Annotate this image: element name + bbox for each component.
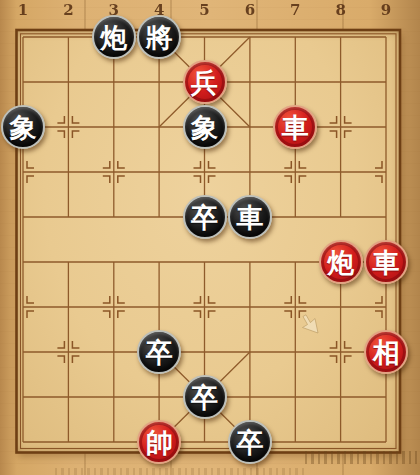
file-label: 5 bbox=[195, 2, 215, 19]
piece-red-cannon[interactable]: 炮 bbox=[319, 240, 363, 284]
file-label: 8 bbox=[331, 2, 351, 19]
watermark bbox=[55, 468, 305, 475]
file-label: 1 bbox=[13, 2, 33, 19]
xiangqi-game-screen: 123456789 bbox=[0, 0, 420, 475]
piece-black-elephant[interactable]: 象 bbox=[1, 105, 45, 149]
watermark bbox=[305, 451, 417, 464]
piece-black-soldier[interactable]: 卒 bbox=[183, 195, 227, 239]
piece-red-chariot[interactable]: 車 bbox=[273, 105, 317, 149]
file-label: 6 bbox=[240, 2, 260, 19]
piece-black-soldier[interactable]: 卒 bbox=[183, 375, 227, 419]
file-label: 2 bbox=[58, 2, 78, 19]
piece-red-soldier[interactable]: 兵 bbox=[183, 60, 227, 104]
piece-red-elephant[interactable]: 相 bbox=[364, 330, 408, 374]
piece-black-chariot[interactable]: 車 bbox=[228, 195, 272, 239]
piece-red-general[interactable]: 帥 bbox=[137, 420, 181, 464]
file-label: 9 bbox=[376, 2, 396, 19]
piece-black-soldier[interactable]: 卒 bbox=[137, 330, 181, 374]
piece-black-cannon[interactable]: 炮 bbox=[92, 15, 136, 59]
piece-black-elephant[interactable]: 象 bbox=[183, 105, 227, 149]
piece-black-soldier[interactable]: 卒 bbox=[228, 420, 272, 464]
piece-black-general[interactable]: 將 bbox=[137, 15, 181, 59]
file-label: 7 bbox=[285, 2, 305, 19]
piece-red-chariot[interactable]: 車 bbox=[364, 240, 408, 284]
